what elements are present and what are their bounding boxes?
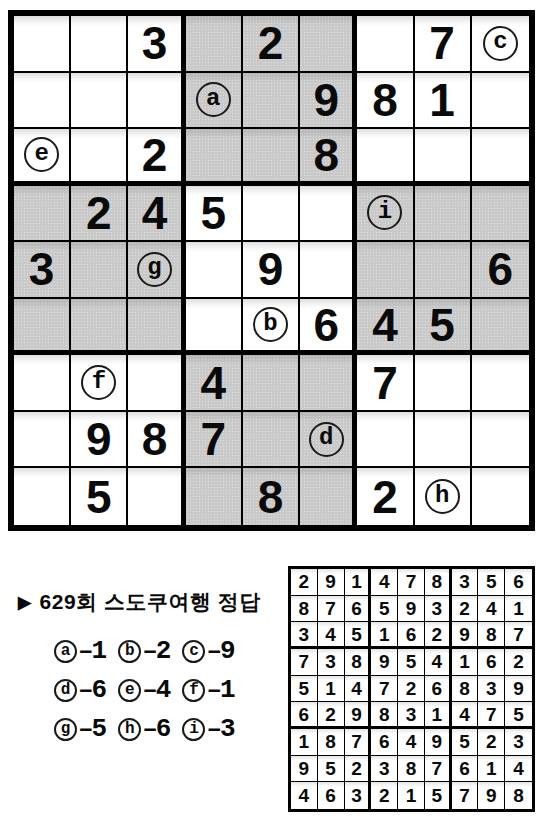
solution-cell-r6c1: 6: [291, 702, 318, 729]
solution-cell-r3c2: 4: [318, 622, 345, 649]
solution-cell-r3c5: 6: [398, 622, 425, 649]
circled-letter-a: a: [196, 82, 231, 117]
circled-letter-e: e: [24, 137, 59, 172]
cell-r4c5[interactable]: [243, 186, 300, 243]
cell-r8c8[interactable]: [415, 412, 472, 469]
cell-r4c3[interactable]: 4: [128, 186, 185, 243]
cell-r4c6[interactable]: [300, 186, 357, 243]
cell-r4c1[interactable]: [14, 186, 71, 243]
solution-cell-r2c1: 8: [291, 596, 318, 623]
solution-cell-r9c4: 2: [371, 782, 398, 809]
cell-r5c9[interactable]: 6: [472, 242, 529, 299]
circled-letter-h: h: [118, 718, 141, 741]
answer-value-h: –6: [142, 716, 169, 742]
cell-r3c2[interactable]: [71, 129, 128, 186]
solution-cell-r9c7: 7: [452, 782, 479, 809]
answer-value-d: –6: [78, 677, 105, 703]
solution-cell-r7c8: 2: [478, 729, 505, 756]
cell-r9c7[interactable]: 2: [357, 468, 414, 525]
solution-cell-r2c8: 4: [478, 596, 505, 623]
solution-cell-r4c9: 2: [505, 649, 532, 676]
solution-cell-r1c2: 9: [318, 569, 345, 596]
cell-r1c7[interactable]: [357, 16, 414, 73]
cell-r8c1[interactable]: [14, 412, 71, 469]
cell-r1c1[interactable]: [14, 16, 71, 73]
solution-cell-r2c6: 3: [425, 596, 452, 623]
solution-cell-r9c2: 6: [318, 782, 345, 809]
solution-cell-r6c6: 1: [425, 702, 452, 729]
solution-cell-r1c1: 2: [291, 569, 318, 596]
cell-r1c9[interactable]: c: [472, 16, 529, 73]
solution-cell-r3c6: 2: [425, 622, 452, 649]
circled-letter-b: b: [118, 640, 141, 663]
circled-letter-f: f: [81, 365, 116, 400]
cell-r8c2[interactable]: 9: [71, 412, 128, 469]
circled-letter-a: a: [54, 640, 77, 663]
cell-r2c8[interactable]: 1: [415, 73, 472, 130]
cell-r3c9[interactable]: [472, 129, 529, 186]
solution-cell-r7c3: 7: [345, 729, 372, 756]
solution-cell-r3c3: 5: [345, 622, 372, 649]
cell-r2c3[interactable]: [128, 73, 185, 130]
circled-letter-i: i: [367, 195, 402, 230]
cell-r6c1[interactable]: [14, 299, 71, 356]
circled-letter-g: g: [54, 718, 77, 741]
solution-cell-r1c8: 5: [478, 569, 505, 596]
circled-letter-c: c: [182, 640, 205, 663]
answer-entry-e: e–4: [118, 677, 169, 703]
solution-cell-r8c9: 4: [505, 756, 532, 783]
cell-r9c5[interactable]: 8: [243, 468, 300, 525]
solution-cell-r3c4: 1: [371, 622, 398, 649]
cell-r9c9[interactable]: [472, 468, 529, 525]
solution-cell-r7c6: 9: [425, 729, 452, 756]
solution-cell-r8c2: 5: [318, 756, 345, 783]
solution-cell-r4c4: 9: [371, 649, 398, 676]
cell-r7c8[interactable]: [415, 355, 472, 412]
cell-r9c1[interactable]: [14, 468, 71, 525]
cell-r2c4[interactable]: a: [186, 73, 243, 130]
solution-cell-r1c7: 3: [452, 569, 479, 596]
solution-cell-r8c6: 7: [425, 756, 452, 783]
solution-cell-r9c9: 8: [505, 782, 532, 809]
cell-r3c3[interactable]: 2: [128, 129, 185, 186]
cell-r9c8[interactable]: h: [415, 468, 472, 525]
cell-r7c5[interactable]: [243, 355, 300, 412]
cell-r5c4[interactable]: [186, 242, 243, 299]
solution-cell-r2c7: 2: [452, 596, 479, 623]
solution-cell-r5c7: 8: [452, 676, 479, 703]
solution-cell-r3c8: 8: [478, 622, 505, 649]
cell-r7c6[interactable]: [300, 355, 357, 412]
solution-cell-r5c9: 9: [505, 676, 532, 703]
solution-cell-r6c2: 2: [318, 702, 345, 729]
cell-r5c6[interactable]: [300, 242, 357, 299]
solution-cell-r2c4: 5: [371, 596, 398, 623]
solution-cell-r6c9: 5: [505, 702, 532, 729]
cell-r1c8[interactable]: 7: [415, 16, 472, 73]
cell-r1c6[interactable]: [300, 16, 357, 73]
solution-cell-r9c1: 4: [291, 782, 318, 809]
solution-cell-r7c7: 5: [452, 729, 479, 756]
cell-r2c2[interactable]: [71, 73, 128, 130]
solution-cell-r9c8: 9: [478, 782, 505, 809]
circled-letter-h: h: [425, 479, 460, 514]
solution-cell-r1c4: 4: [371, 569, 398, 596]
solution-cell-r2c3: 6: [345, 596, 372, 623]
circled-letter-i: i: [182, 718, 205, 741]
answer-key: ▶ 629회 스도쿠여행 정답 a–1b–2c–9d–6e–4f–1g–5h–6…: [18, 588, 280, 742]
cell-r5c5[interactable]: 9: [243, 242, 300, 299]
answer-entry-b: b–2: [118, 638, 169, 664]
cell-r3c7[interactable]: [357, 129, 414, 186]
solution-cell-r5c2: 1: [318, 676, 345, 703]
solution-cell-r2c2: 7: [318, 596, 345, 623]
solution-cell-r4c7: 1: [452, 649, 479, 676]
solution-cell-r6c8: 7: [478, 702, 505, 729]
sudoku-solution-grid: 2914783568765932413451629877389541625147…: [288, 566, 535, 812]
cell-r4c2[interactable]: 2: [71, 186, 128, 243]
cell-r3c6[interactable]: 8: [300, 129, 357, 186]
cell-r2c7[interactable]: 8: [357, 73, 414, 130]
cell-r2c6[interactable]: 9: [300, 73, 357, 130]
solution-cell-r8c4: 3: [371, 756, 398, 783]
solution-cell-r1c5: 7: [398, 569, 425, 596]
cell-r2c5[interactable]: [243, 73, 300, 130]
solution-cell-r1c6: 8: [425, 569, 452, 596]
solution-cell-r8c8: 1: [478, 756, 505, 783]
solution-cell-r8c1: 9: [291, 756, 318, 783]
cell-r1c5[interactable]: 2: [243, 16, 300, 73]
cell-r3c5[interactable]: [243, 129, 300, 186]
answer-value-f: –1: [206, 677, 233, 703]
cell-r2c9[interactable]: [472, 73, 529, 130]
circled-letter-c: c: [483, 26, 518, 61]
solution-cell-r7c5: 4: [398, 729, 425, 756]
cell-r6c7[interactable]: 4: [357, 299, 414, 356]
solution-cell-r5c6: 6: [425, 676, 452, 703]
triangle-marker-icon: ▶: [18, 592, 32, 613]
cell-r8c7[interactable]: [357, 412, 414, 469]
cell-r5c7[interactable]: [357, 242, 414, 299]
cell-r7c9[interactable]: [472, 355, 529, 412]
cell-r3c4[interactable]: [186, 129, 243, 186]
cell-r7c2[interactable]: f: [71, 355, 128, 412]
cell-r1c4[interactable]: [186, 16, 243, 73]
answer-entry-d: d–6: [54, 677, 105, 703]
cell-r1c3[interactable]: 3: [128, 16, 185, 73]
answer-value-b: –2: [142, 638, 169, 664]
solution-cell-r8c7: 6: [452, 756, 479, 783]
circled-letter-d: d: [54, 679, 77, 702]
cell-r6c3[interactable]: [128, 299, 185, 356]
answer-value-g: –5: [78, 716, 105, 742]
cell-r7c3[interactable]: [128, 355, 185, 412]
answer-value-i: –3: [206, 716, 233, 742]
solution-cell-r3c9: 7: [505, 622, 532, 649]
cell-r5c2[interactable]: [71, 242, 128, 299]
solution-cell-r5c8: 3: [478, 676, 505, 703]
circled-letter-d: d: [309, 422, 344, 457]
solution-cell-r2c5: 9: [398, 596, 425, 623]
solution-cell-r7c2: 8: [318, 729, 345, 756]
answer-value-c: –9: [206, 638, 233, 664]
solution-cell-r8c3: 2: [345, 756, 372, 783]
cell-r9c2[interactable]: 5: [71, 468, 128, 525]
cell-r8c5[interactable]: [243, 412, 300, 469]
solution-cell-r4c8: 6: [478, 649, 505, 676]
solution-cell-r7c1: 1: [291, 729, 318, 756]
answer-entry-g: g–5: [54, 716, 105, 742]
cell-r3c1[interactable]: e: [14, 129, 71, 186]
cell-r3c8[interactable]: [415, 129, 472, 186]
solution-cell-r5c4: 7: [371, 676, 398, 703]
answer-entry-a: a–1: [54, 638, 105, 664]
cell-r8c4[interactable]: 7: [186, 412, 243, 469]
cell-r6c5[interactable]: b: [243, 299, 300, 356]
solution-cell-r3c1: 3: [291, 622, 318, 649]
cell-r7c1[interactable]: [14, 355, 71, 412]
solution-cell-r7c9: 3: [505, 729, 532, 756]
solution-cell-r2c9: 1: [505, 596, 532, 623]
circled-letter-e: e: [118, 679, 141, 702]
cell-r4c7[interactable]: i: [357, 186, 414, 243]
solution-cell-r4c1: 7: [291, 649, 318, 676]
cell-r5c3[interactable]: g: [128, 242, 185, 299]
answer-entry-i: i–3: [182, 716, 233, 742]
solution-cell-r9c6: 5: [425, 782, 452, 809]
answer-entry-h: h–6: [118, 716, 169, 742]
answer-value-a: –1: [78, 638, 105, 664]
cell-r4c9[interactable]: [472, 186, 529, 243]
cell-r2c1[interactable]: [14, 73, 71, 130]
answer-entry-c: c–9: [182, 638, 233, 664]
cell-r7c7[interactable]: 7: [357, 355, 414, 412]
solution-cell-r4c2: 3: [318, 649, 345, 676]
cell-r9c3[interactable]: [128, 468, 185, 525]
solution-cell-r6c3: 9: [345, 702, 372, 729]
answer-value-e: –4: [142, 677, 169, 703]
cell-r6c2[interactable]: [71, 299, 128, 356]
cell-r9c6[interactable]: [300, 468, 357, 525]
cell-r5c1[interactable]: 3: [14, 242, 71, 299]
sudoku-puzzle-grid: 327ca981e28245i3g96b645f47987d582h: [8, 10, 535, 531]
cell-r5c8[interactable]: [415, 242, 472, 299]
cell-r1c2[interactable]: [71, 16, 128, 73]
solution-cell-r7c4: 6: [371, 729, 398, 756]
solution-cell-r5c3: 4: [345, 676, 372, 703]
cell-r8c9[interactable]: [472, 412, 529, 469]
solution-cell-r4c6: 4: [425, 649, 452, 676]
cell-r8c3[interactable]: 8: [128, 412, 185, 469]
solution-cell-r6c4: 8: [371, 702, 398, 729]
solution-cell-r1c9: 6: [505, 569, 532, 596]
solution-cell-r9c5: 1: [398, 782, 425, 809]
circled-letter-b: b: [253, 307, 288, 342]
solution-cell-r1c3: 1: [345, 569, 372, 596]
cell-r6c8[interactable]: 5: [415, 299, 472, 356]
solution-cell-r4c5: 5: [398, 649, 425, 676]
answer-mappings: a–1b–2c–9d–6e–4f–1g–5h–6i–3: [54, 638, 234, 742]
cell-r4c4[interactable]: 5: [186, 186, 243, 243]
cell-r4c8[interactable]: [415, 186, 472, 243]
solution-cell-r4c3: 8: [345, 649, 372, 676]
cell-r6c4[interactable]: [186, 299, 243, 356]
answer-entry-f: f–1: [182, 677, 233, 703]
circled-letter-g: g: [137, 252, 172, 287]
circled-letter-f: f: [182, 679, 205, 702]
solution-cell-r6c5: 3: [398, 702, 425, 729]
cell-r9c4[interactable]: [186, 468, 243, 525]
answer-heading: ▶ 629회 스도쿠여행 정답: [18, 588, 280, 616]
solution-cell-r3c7: 9: [452, 622, 479, 649]
cell-r6c6[interactable]: 6: [300, 299, 357, 356]
solution-cell-r8c5: 8: [398, 756, 425, 783]
solution-cell-r5c5: 2: [398, 676, 425, 703]
cell-r7c4[interactable]: 4: [186, 355, 243, 412]
solution-cell-r9c3: 3: [345, 782, 372, 809]
solution-cell-r6c7: 4: [452, 702, 479, 729]
cell-r8c6[interactable]: d: [300, 412, 357, 469]
solution-cell-r5c1: 5: [291, 676, 318, 703]
answer-heading-text: 629회 스도쿠여행 정답: [40, 588, 261, 616]
cell-r6c9[interactable]: [472, 299, 529, 356]
